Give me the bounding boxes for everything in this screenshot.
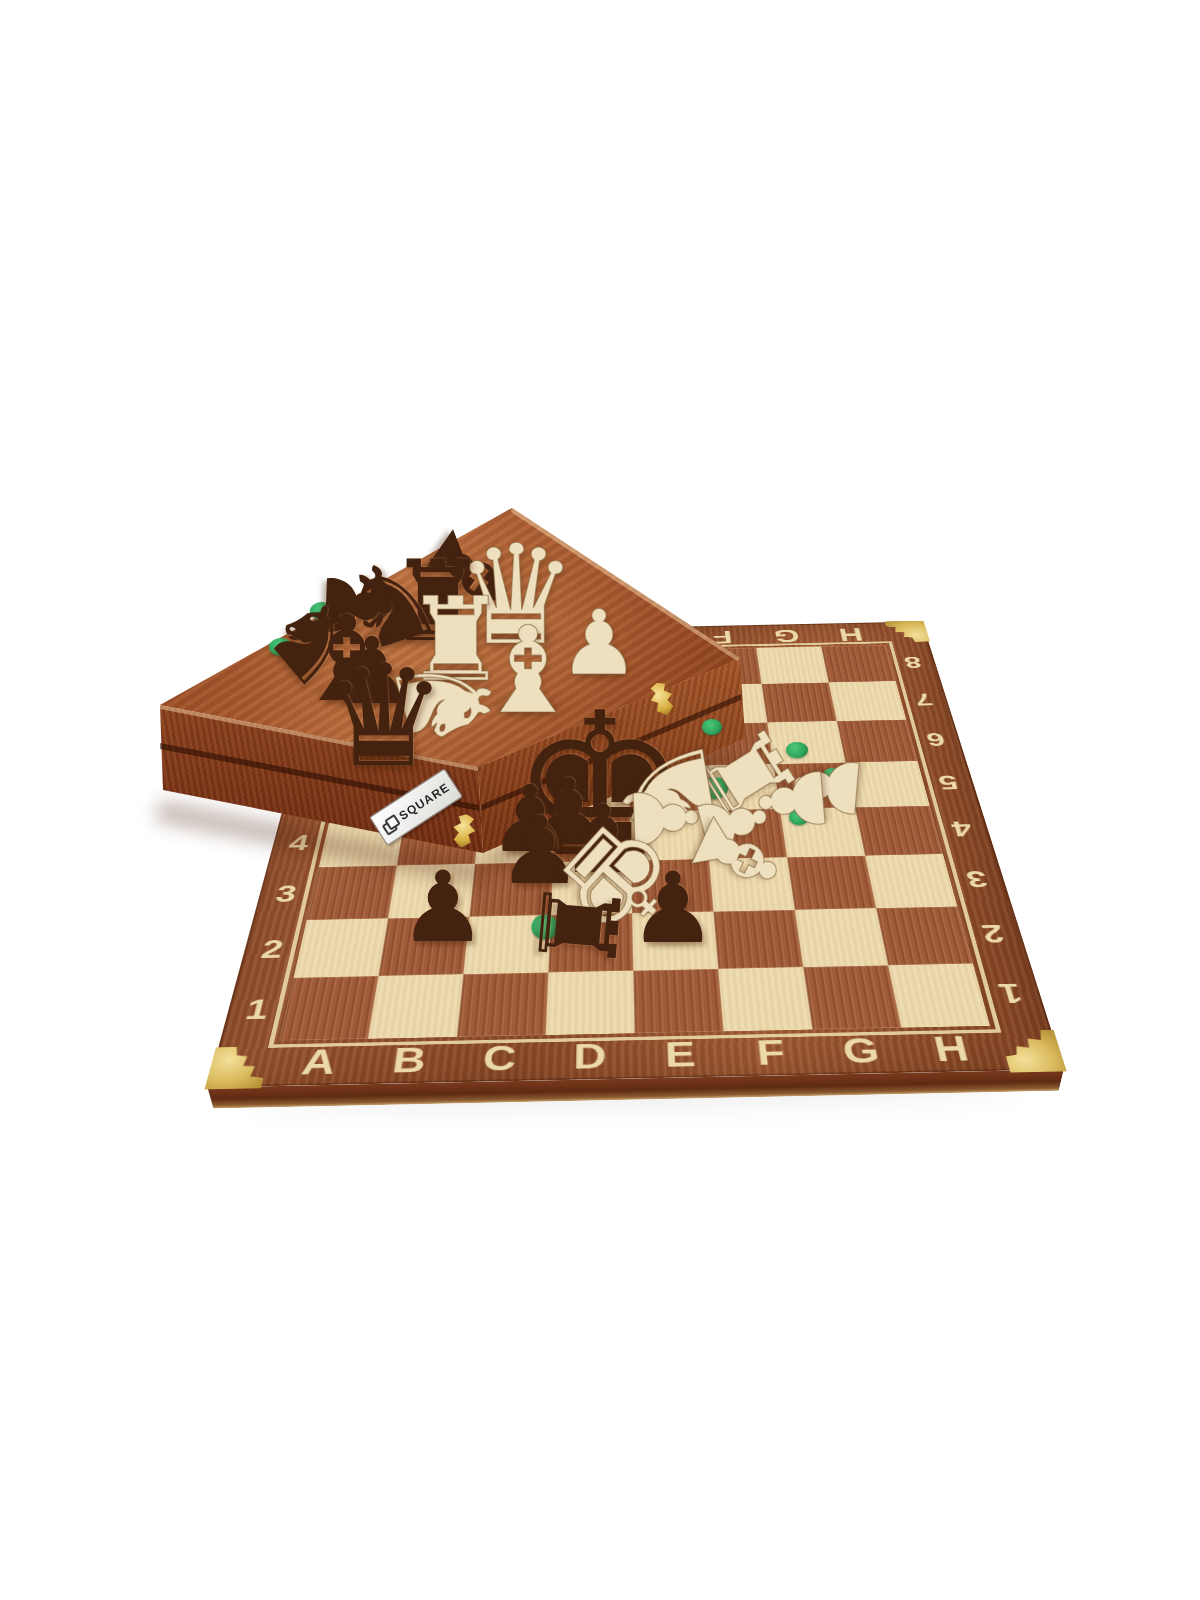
- piece-dark-pawn-g: ♟: [399, 858, 487, 956]
- piece-dark-pawn-h: ♟: [629, 859, 717, 957]
- felt-base: [786, 742, 808, 758]
- felt-base: [702, 719, 722, 735]
- piece-dark-rook-b: ♜: [520, 873, 634, 977]
- pieces-layer: ♝♛♜♞♟♜♞♟♝♝♟♞♛♜♚♟♞♟♟♟♟♟♟♟♝♚♟♟♜: [0, 0, 1200, 1600]
- product-photo: ABCDEFGH ABCDEFGH 87654321 87654321 SQUA…: [0, 0, 1200, 1600]
- piece-dark-queen: ♛: [321, 646, 447, 787]
